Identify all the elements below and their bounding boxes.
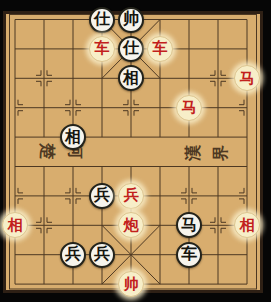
board-frame: 楚 河 漢 界 仕帅车仕车相马马相兵兵相炮马相兵兵车帅 [0,0,271,302]
piece-red-chariot[interactable]: 车 [147,36,173,62]
piece-red-elephant[interactable]: 相 [234,212,260,238]
piece-black-advisor[interactable]: 仕 [118,36,144,62]
piece-black-soldier[interactable]: 兵 [89,242,115,268]
piece-black-horse[interactable]: 马 [176,212,202,238]
piece-red-king[interactable]: 帅 [118,271,144,297]
piece-black-soldier[interactable]: 兵 [89,183,115,209]
piece-red-elephant[interactable]: 相 [2,212,28,238]
piece-red-chariot[interactable]: 车 [89,36,115,62]
piece-red-soldier[interactable]: 兵 [118,183,144,209]
piece-red-horse[interactable]: 马 [176,95,202,121]
piece-red-horse[interactable]: 马 [234,65,260,91]
piece-black-elephant[interactable]: 相 [60,124,86,150]
piece-red-cannon[interactable]: 炮 [118,212,144,238]
piece-black-soldier[interactable]: 兵 [60,242,86,268]
piece-black-advisor[interactable]: 仕 [89,7,115,33]
piece-black-elephant[interactable]: 相 [118,65,144,91]
piece-black-king[interactable]: 帅 [118,7,144,33]
piece-black-chariot[interactable]: 车 [176,242,202,268]
xiangqi-board: 楚 河 漢 界 仕帅车仕车相马马相兵兵相炮马相兵兵车帅 [3,11,263,293]
pieces-grid: 仕帅车仕车相马马相兵兵相炮马相兵兵车帅 [1,5,262,299]
